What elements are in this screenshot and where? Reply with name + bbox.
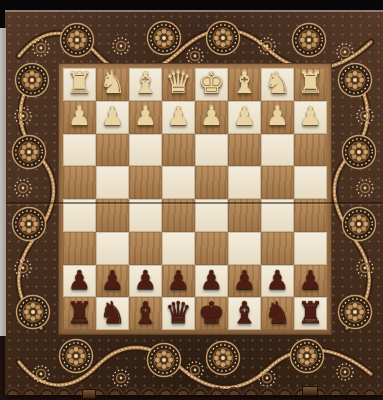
- square-r7c6[interactable]: ♞: [261, 297, 294, 330]
- square-r7c2[interactable]: ♝: [129, 297, 162, 330]
- square-r2c1[interactable]: [96, 134, 129, 167]
- piece-dark-bishop[interactable]: ♝: [132, 298, 159, 328]
- square-r0c6[interactable]: ♞: [261, 68, 294, 101]
- piece-dark-knight[interactable]: ♞: [99, 298, 126, 328]
- piece-dark-bishop[interactable]: ♝: [231, 298, 258, 328]
- piece-light-rook[interactable]: ♜: [297, 68, 324, 98]
- square-r0c1[interactable]: ♞: [96, 68, 129, 101]
- square-r3c4[interactable]: [195, 166, 228, 199]
- piece-dark-pawn[interactable]: ♟: [200, 267, 223, 293]
- board-frame: ♜♞♝♛♚♝♞♜♟♟♟♟♟♟♟♟♟♟♟♟♟♟♟♟♜♞♝♛♚♝♞♜: [59, 64, 331, 334]
- square-r6c3[interactable]: ♟: [162, 265, 195, 298]
- piece-light-king[interactable]: ♚: [198, 68, 225, 98]
- square-r2c5[interactable]: [228, 134, 261, 167]
- square-r5c6[interactable]: [261, 232, 294, 265]
- square-r5c4[interactable]: [195, 232, 228, 265]
- square-r5c0[interactable]: [63, 232, 96, 265]
- square-r7c7[interactable]: ♜: [294, 297, 327, 330]
- square-r6c1[interactable]: ♟: [96, 265, 129, 298]
- square-r3c5[interactable]: [228, 166, 261, 199]
- piece-light-queen[interactable]: ♛: [165, 68, 192, 98]
- piece-dark-knight[interactable]: ♞: [264, 298, 291, 328]
- square-r2c3[interactable]: [162, 134, 195, 167]
- square-r7c3[interactable]: ♛: [162, 297, 195, 330]
- board-fold-seam: [5, 202, 383, 204]
- piece-dark-pawn[interactable]: ♟: [266, 267, 289, 293]
- square-r1c5[interactable]: ♟: [228, 101, 261, 134]
- piece-light-pawn[interactable]: ♟: [233, 103, 256, 129]
- square-r3c2[interactable]: [129, 166, 162, 199]
- square-r5c1[interactable]: [96, 232, 129, 265]
- square-r6c5[interactable]: ♟: [228, 265, 261, 298]
- piece-light-bishop[interactable]: ♝: [231, 68, 258, 98]
- square-r2c6[interactable]: [261, 134, 294, 167]
- square-r5c5[interactable]: [228, 232, 261, 265]
- piece-dark-pawn[interactable]: ♟: [134, 267, 157, 293]
- square-r5c3[interactable]: [162, 232, 195, 265]
- square-r6c6[interactable]: ♟: [261, 265, 294, 298]
- piece-light-pawn[interactable]: ♟: [167, 103, 190, 129]
- piece-dark-rook[interactable]: ♜: [66, 298, 93, 328]
- board-grid: ♜♞♝♛♚♝♞♜♟♟♟♟♟♟♟♟♟♟♟♟♟♟♟♟♜♞♝♛♚♝♞♜: [63, 68, 327, 330]
- square-r6c7[interactable]: ♟: [294, 265, 327, 298]
- piece-light-rook[interactable]: ♜: [66, 68, 93, 98]
- square-r6c4[interactable]: ♟: [195, 265, 228, 298]
- piece-light-pawn[interactable]: ♟: [134, 103, 157, 129]
- clasp-latch-left-icon: [82, 389, 96, 399]
- square-r0c5[interactable]: ♝: [228, 68, 261, 101]
- piece-dark-queen[interactable]: ♛: [165, 298, 192, 328]
- square-r0c7[interactable]: ♜: [294, 68, 327, 101]
- square-r1c4[interactable]: ♟: [195, 101, 228, 134]
- photo-background: ♜♞♝♛♚♝♞♜♟♟♟♟♟♟♟♟♟♟♟♟♟♟♟♟♜♞♝♛♚♝♞♜: [0, 0, 383, 400]
- square-r2c2[interactable]: [129, 134, 162, 167]
- piece-light-knight[interactable]: ♞: [264, 68, 291, 98]
- piece-dark-pawn[interactable]: ♟: [299, 267, 322, 293]
- square-r1c3[interactable]: ♟: [162, 101, 195, 134]
- square-r3c0[interactable]: [63, 166, 96, 199]
- square-r6c0[interactable]: ♟: [63, 265, 96, 298]
- board-side-edge: [0, 28, 6, 336]
- square-r0c0[interactable]: ♜: [63, 68, 96, 101]
- square-r7c1[interactable]: ♞: [96, 297, 129, 330]
- piece-dark-pawn[interactable]: ♟: [167, 267, 190, 293]
- piece-dark-pawn[interactable]: ♟: [233, 267, 256, 293]
- piece-light-pawn[interactable]: ♟: [200, 103, 223, 129]
- square-r0c4[interactable]: ♚: [195, 68, 228, 101]
- square-r1c6[interactable]: ♟: [261, 101, 294, 134]
- piece-dark-pawn[interactable]: ♟: [101, 267, 124, 293]
- clasp-latch-right-icon: [302, 386, 318, 396]
- piece-light-pawn[interactable]: ♟: [266, 103, 289, 129]
- square-r2c7[interactable]: [294, 134, 327, 167]
- square-r5c7[interactable]: [294, 232, 327, 265]
- square-r7c4[interactable]: ♚: [195, 297, 228, 330]
- square-r6c2[interactable]: ♟: [129, 265, 162, 298]
- square-r1c0[interactable]: ♟: [63, 101, 96, 134]
- piece-dark-rook[interactable]: ♜: [297, 298, 324, 328]
- square-r0c3[interactable]: ♛: [162, 68, 195, 101]
- square-r7c0[interactable]: ♜: [63, 297, 96, 330]
- square-r3c6[interactable]: [261, 166, 294, 199]
- square-r1c2[interactable]: ♟: [129, 101, 162, 134]
- square-r3c7[interactable]: [294, 166, 327, 199]
- chess-board-box: ♜♞♝♛♚♝♞♜♟♟♟♟♟♟♟♟♟♟♟♟♟♟♟♟♜♞♝♛♚♝♞♜: [5, 10, 383, 395]
- piece-light-knight[interactable]: ♞: [99, 68, 126, 98]
- square-r1c1[interactable]: ♟: [96, 101, 129, 134]
- piece-light-pawn[interactable]: ♟: [68, 103, 91, 129]
- square-r1c7[interactable]: ♟: [294, 101, 327, 134]
- square-r2c4[interactable]: [195, 134, 228, 167]
- piece-light-pawn[interactable]: ♟: [101, 103, 124, 129]
- square-r3c1[interactable]: [96, 166, 129, 199]
- square-r7c5[interactable]: ♝: [228, 297, 261, 330]
- square-r0c2[interactable]: ♝: [129, 68, 162, 101]
- square-r5c2[interactable]: [129, 232, 162, 265]
- square-r3c3[interactable]: [162, 166, 195, 199]
- square-r2c0[interactable]: [63, 134, 96, 167]
- piece-light-pawn[interactable]: ♟: [299, 103, 322, 129]
- piece-dark-pawn[interactable]: ♟: [68, 267, 91, 293]
- piece-light-bishop[interactable]: ♝: [132, 68, 159, 98]
- piece-dark-king[interactable]: ♚: [198, 298, 225, 328]
